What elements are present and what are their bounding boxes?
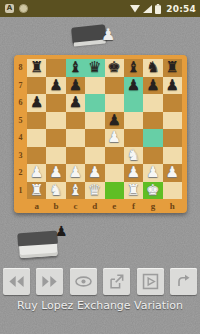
white-queen: ♛ [88, 183, 101, 198]
white-pawn: ♟ [49, 165, 62, 180]
rank-label-4: 4 [14, 129, 27, 147]
square-d2[interactable]: ♟ [85, 164, 104, 182]
file-labels: abcdefgh [27, 199, 182, 213]
square-g3[interactable] [143, 147, 162, 165]
file-label-d: d [85, 199, 104, 213]
black-king: ♚ [107, 60, 120, 75]
square-f3[interactable]: ♞ [124, 147, 143, 165]
square-c1[interactable]: ♝ [66, 182, 85, 200]
square-e4[interactable]: ♟ [105, 129, 124, 147]
fast-forward-button[interactable] [36, 268, 63, 295]
square-d8[interactable]: ♛ [85, 59, 104, 77]
white-knight: ♞ [49, 183, 62, 198]
rewind-icon [7, 273, 26, 290]
opening-book-icon [17, 231, 59, 259]
square-c6[interactable]: ♟ [66, 94, 85, 112]
black-rook: ♜ [30, 60, 43, 75]
square-d5[interactable] [85, 112, 104, 130]
square-c5[interactable] [66, 112, 85, 130]
a-box-icon: A [5, 4, 14, 13]
black-pawn: ♟ [30, 95, 43, 110]
square-a6[interactable]: ♟ [27, 94, 46, 112]
square-d7[interactable] [85, 77, 104, 95]
rank-label-3: 3 [14, 147, 27, 165]
square-d1[interactable]: ♛ [85, 182, 104, 200]
square-a8[interactable]: ♜ [27, 59, 46, 77]
rank-label-6: 6 [14, 94, 27, 112]
white-pawn: ♟ [69, 165, 82, 180]
square-f4[interactable] [124, 129, 143, 147]
square-b5[interactable] [46, 112, 65, 130]
square-b4[interactable] [46, 129, 65, 147]
rank-label-2: 2 [14, 164, 27, 182]
opening-name-caption: Ruy Lopez Exchange Variation [0, 299, 200, 312]
white-pawn: ♟ [166, 165, 179, 180]
white-pawn: ♟ [127, 165, 140, 180]
black-bishop: ♝ [69, 60, 82, 75]
square-b7[interactable]: ♟ [46, 77, 65, 95]
square-g7[interactable]: ♟ [143, 77, 162, 95]
white-knight: ♞ [127, 148, 140, 163]
black-pawn: ♟ [127, 78, 140, 93]
square-h2[interactable]: ♟ [163, 164, 182, 182]
black-rook: ♜ [166, 60, 179, 75]
square-f8[interactable]: ♝ [124, 59, 143, 77]
white-rook: ♜ [127, 183, 140, 198]
white-pawn: ♟ [146, 165, 159, 180]
square-a4[interactable] [27, 129, 46, 147]
square-a5[interactable] [27, 112, 46, 130]
square-e6[interactable] [105, 94, 124, 112]
square-g6[interactable] [143, 94, 162, 112]
square-g4[interactable] [143, 129, 162, 147]
status-bar: A 20:54 [0, 0, 200, 17]
signal-icon [143, 5, 152, 13]
redo-arrow-icon [176, 274, 191, 289]
square-e1[interactable] [105, 182, 124, 200]
board-grid: ♜♝♛♚♝♞♜♟♟♟♟♟♟♟♟♟♞♟♟♟♟♟♟♟♜♞♝♛♜♚ [27, 59, 182, 199]
square-b8[interactable] [46, 59, 65, 77]
square-b3[interactable] [46, 147, 65, 165]
show-hint-button[interactable] [70, 268, 97, 295]
square-d4[interactable] [85, 129, 104, 147]
share-icon [108, 273, 125, 290]
black-knight: ♞ [146, 60, 159, 75]
rank-label-7: 7 [14, 77, 27, 95]
square-h1[interactable] [163, 182, 182, 200]
square-f6[interactable] [124, 94, 143, 112]
chess-board: 87654321 ♜♝♛♚♝♞♜♟♟♟♟♟♟♟♟♟♞♟♟♟♟♟♟♟♜♞♝♛♜♚ … [14, 55, 187, 213]
eye-icon [74, 274, 93, 289]
share-button[interactable] [103, 268, 130, 295]
file-label-c: c [66, 199, 85, 213]
file-label-a: a [27, 199, 46, 213]
square-e5[interactable]: ♟ [105, 112, 124, 130]
autoplay-button[interactable] [137, 268, 164, 295]
black-pawn: ♟ [166, 78, 179, 93]
square-a3[interactable] [27, 147, 46, 165]
square-c4[interactable] [66, 129, 85, 147]
square-g1[interactable]: ♚ [143, 182, 162, 200]
file-label-h: h [163, 199, 182, 213]
redo-button[interactable] [170, 268, 197, 295]
square-h6[interactable] [163, 94, 182, 112]
square-c8[interactable]: ♝ [66, 59, 85, 77]
square-b1[interactable]: ♞ [46, 182, 65, 200]
black-queen: ♛ [88, 60, 101, 75]
square-c7[interactable]: ♟ [66, 77, 85, 95]
rank-label-1: 1 [14, 182, 27, 200]
wifi-icon [130, 5, 140, 13]
white-rook: ♜ [30, 183, 43, 198]
rewind-button[interactable] [3, 268, 30, 295]
square-g8[interactable]: ♞ [143, 59, 162, 77]
square-e7[interactable] [105, 77, 124, 95]
rank-label-8: 8 [14, 59, 27, 77]
white-king: ♚ [146, 183, 159, 198]
square-f2[interactable]: ♟ [124, 164, 143, 182]
app-screen: A 20:54 ♟ ♟ 87654321 ♜♝♛♚♝♞♜♟♟♟♟♟♟♟♟♟♞♟♟… [0, 0, 200, 334]
white-pawn: ♟ [30, 165, 43, 180]
square-e3[interactable] [105, 147, 124, 165]
black-pawn: ♟ [146, 78, 159, 93]
square-h5[interactable] [163, 112, 182, 130]
file-label-b: b [46, 199, 65, 213]
white-pawn: ♟ [107, 130, 120, 145]
black-pawn-decor: ♟ [55, 224, 68, 238]
square-h8[interactable]: ♜ [163, 59, 182, 77]
black-pawn: ♟ [69, 78, 82, 93]
fast-forward-icon [40, 273, 59, 290]
square-a1[interactable]: ♜ [27, 182, 46, 200]
square-f5[interactable] [124, 112, 143, 130]
file-label-e: e [105, 199, 124, 213]
square-e2[interactable] [105, 164, 124, 182]
square-d3[interactable] [85, 147, 104, 165]
black-bishop: ♝ [127, 60, 140, 75]
square-c2[interactable]: ♟ [66, 164, 85, 182]
square-f7[interactable]: ♟ [124, 77, 143, 95]
square-e8[interactable]: ♚ [105, 59, 124, 77]
file-label-g: g [143, 199, 162, 213]
square-g5[interactable] [143, 112, 162, 130]
square-b2[interactable]: ♟ [46, 164, 65, 182]
square-c3[interactable] [66, 147, 85, 165]
white-pawn-decor: ♟ [101, 27, 115, 43]
black-pawn: ♟ [107, 113, 120, 128]
square-f1[interactable]: ♜ [124, 182, 143, 200]
square-b6[interactable] [46, 94, 65, 112]
black-pawn: ♟ [49, 78, 62, 93]
battery-icon [155, 4, 161, 14]
file-label-f: f [124, 199, 143, 213]
square-a2[interactable]: ♟ [27, 164, 46, 182]
black-pawn: ♟ [69, 95, 82, 110]
square-a7[interactable] [27, 77, 46, 95]
square-g2[interactable]: ♟ [143, 164, 162, 182]
white-pawn: ♟ [88, 165, 101, 180]
square-h7[interactable]: ♟ [163, 77, 182, 95]
rank-labels: 87654321 [14, 59, 27, 199]
control-bar [0, 268, 200, 296]
circle-icon [19, 4, 28, 13]
play-box-icon [142, 273, 159, 290]
white-bishop: ♝ [69, 183, 82, 198]
clock-time: 20:54 [166, 4, 196, 14]
rank-label-5: 5 [14, 112, 27, 130]
square-h3[interactable] [163, 147, 182, 165]
square-d6[interactable] [85, 94, 104, 112]
square-h4[interactable] [163, 129, 182, 147]
